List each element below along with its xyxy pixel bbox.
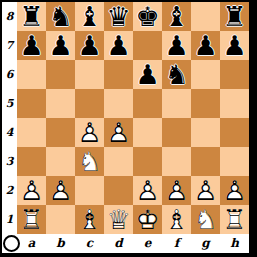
file-label-g: g: [191, 234, 220, 253]
square-b6[interactable]: [46, 60, 75, 89]
square-a3[interactable]: [17, 147, 46, 176]
file-label-b: b: [46, 234, 75, 253]
piece-outline-layer: ♗: [75, 205, 104, 234]
square-e3[interactable]: [133, 147, 162, 176]
piece-outline-layer: ♗: [162, 205, 191, 234]
square-b5[interactable]: [46, 89, 75, 118]
rank-label-4: 4: [2, 118, 17, 147]
square-f8[interactable]: ♝: [162, 2, 191, 31]
chess-diagram-panel: 87654321 ♜♞♝♛♚♝♜♟♟♟♟♟♟♟♟♞♟♙♟♙♞♘♟♙♟♙♟♙♟♙♟…: [2, 2, 249, 253]
rank-label-2: 2: [2, 176, 17, 205]
square-b8[interactable]: ♞: [46, 2, 75, 31]
square-a5[interactable]: [17, 89, 46, 118]
rank-label-5: 5: [2, 89, 17, 118]
piece-outline-layer: ♙: [191, 176, 220, 205]
black-queen-d8: ♛: [104, 2, 133, 31]
white-knight-g1: ♞♘: [191, 205, 220, 234]
square-d5[interactable]: [104, 89, 133, 118]
square-b4[interactable]: [46, 118, 75, 147]
square-e7[interactable]: [133, 31, 162, 60]
square-f4[interactable]: [162, 118, 191, 147]
piece-outline-layer: ♙: [104, 118, 133, 147]
white-bishop-c1: ♝♗: [75, 205, 104, 234]
black-pawn-f7: ♟: [162, 31, 191, 60]
square-c1[interactable]: ♝♗: [75, 205, 104, 234]
black-bishop-f8: ♝: [162, 2, 191, 31]
turn-indicator-circle: [3, 235, 20, 252]
chess-board: ♜♞♝♛♚♝♜♟♟♟♟♟♟♟♟♞♟♙♟♙♞♘♟♙♟♙♟♙♟♙♟♙♟♙♜♖♝♗♛♕…: [17, 2, 249, 234]
square-f1[interactable]: ♝♗: [162, 205, 191, 234]
square-h8[interactable]: ♜: [220, 2, 249, 31]
file-label-e: e: [133, 234, 162, 253]
black-rook-a8: ♜: [17, 2, 46, 31]
white-pawn-e2: ♟♙: [133, 176, 162, 205]
white-rook-a1: ♜♖: [17, 205, 46, 234]
square-c2[interactable]: [75, 176, 104, 205]
white-knight-c3: ♞♘: [75, 147, 104, 176]
piece-outline-layer: ♕: [104, 205, 133, 234]
square-h2[interactable]: ♟♙: [220, 176, 249, 205]
piece-outline-layer: ♔: [133, 205, 162, 234]
square-g1[interactable]: ♞♘: [191, 205, 220, 234]
piece-outline-layer: ♙: [133, 176, 162, 205]
chess-diagram-frame: 87654321 ♜♞♝♛♚♝♜♟♟♟♟♟♟♟♟♞♟♙♟♙♞♘♟♙♟♙♟♙♟♙♟…: [0, 0, 257, 257]
square-g2[interactable]: ♟♙: [191, 176, 220, 205]
square-h5[interactable]: [220, 89, 249, 118]
piece-outline-layer: ♘: [191, 205, 220, 234]
black-pawn-b7: ♟: [46, 31, 75, 60]
square-f6[interactable]: ♞: [162, 60, 191, 89]
white-pawn-d4: ♟♙: [104, 118, 133, 147]
square-a4[interactable]: [17, 118, 46, 147]
white-pawn-f2: ♟♙: [162, 176, 191, 205]
white-pawn-b2: ♟♙: [46, 176, 75, 205]
rank-label-1: 1: [2, 205, 17, 234]
rank-label-7: 7: [2, 31, 17, 60]
square-b7[interactable]: ♟: [46, 31, 75, 60]
black-king-e8: ♚: [133, 2, 162, 31]
white-pawn-a2: ♟♙: [17, 176, 46, 205]
piece-outline-layer: ♙: [46, 176, 75, 205]
square-e6[interactable]: ♟: [133, 60, 162, 89]
square-g5[interactable]: [191, 89, 220, 118]
square-e5[interactable]: [133, 89, 162, 118]
corner-cell: [2, 234, 17, 253]
square-h4[interactable]: [220, 118, 249, 147]
square-e4[interactable]: [133, 118, 162, 147]
square-a8[interactable]: ♜: [17, 2, 46, 31]
rank-label-3: 3: [2, 147, 17, 176]
square-h6[interactable]: [220, 60, 249, 89]
square-c5[interactable]: [75, 89, 104, 118]
file-label-h: h: [220, 234, 249, 253]
square-d2[interactable]: [104, 176, 133, 205]
square-c4[interactable]: ♟♙: [75, 118, 104, 147]
square-a7[interactable]: ♟: [17, 31, 46, 60]
black-pawn-e6: ♟: [133, 60, 162, 89]
white-pawn-c4: ♟♙: [75, 118, 104, 147]
square-f2[interactable]: ♟♙: [162, 176, 191, 205]
piece-outline-layer: ♙: [75, 118, 104, 147]
file-label-a: a: [17, 234, 46, 253]
square-e2[interactable]: ♟♙: [133, 176, 162, 205]
square-c8[interactable]: ♝: [75, 2, 104, 31]
white-queen-d1: ♛♕: [104, 205, 133, 234]
file-label-f: f: [162, 234, 191, 253]
square-g4[interactable]: [191, 118, 220, 147]
black-pawn-h7: ♟: [220, 31, 249, 60]
rank-label-6: 6: [2, 60, 17, 89]
square-g7[interactable]: ♟: [191, 31, 220, 60]
black-pawn-g7: ♟: [191, 31, 220, 60]
file-label-c: c: [75, 234, 104, 253]
black-pawn-a7: ♟: [17, 31, 46, 60]
piece-outline-layer: ♙: [17, 176, 46, 205]
white-rook-h1: ♜♖: [220, 205, 249, 234]
piece-outline-layer: ♙: [220, 176, 249, 205]
square-h1[interactable]: ♜♖: [220, 205, 249, 234]
black-pawn-c7: ♟: [75, 31, 104, 60]
square-b3[interactable]: [46, 147, 75, 176]
black-knight-b8: ♞: [46, 2, 75, 31]
piece-outline-layer: ♖: [220, 205, 249, 234]
black-rook-h8: ♜: [220, 2, 249, 31]
square-b1[interactable]: [46, 205, 75, 234]
white-pawn-g2: ♟♙: [191, 176, 220, 205]
piece-outline-layer: ♙: [162, 176, 191, 205]
white-bishop-f1: ♝♗: [162, 205, 191, 234]
white-pawn-h2: ♟♙: [220, 176, 249, 205]
square-a1[interactable]: ♜♖: [17, 205, 46, 234]
square-d4[interactable]: ♟♙: [104, 118, 133, 147]
square-d3[interactable]: [104, 147, 133, 176]
piece-outline-layer: ♘: [75, 147, 104, 176]
file-label-d: d: [104, 234, 133, 253]
square-a2[interactable]: ♟♙: [17, 176, 46, 205]
square-g8[interactable]: [191, 2, 220, 31]
square-d6[interactable]: [104, 60, 133, 89]
square-g6[interactable]: [191, 60, 220, 89]
square-c3[interactable]: ♞♘: [75, 147, 104, 176]
white-king-e1: ♚♔: [133, 205, 162, 234]
square-e8[interactable]: ♚: [133, 2, 162, 31]
black-knight-f6: ♞: [162, 60, 191, 89]
square-b2[interactable]: ♟♙: [46, 176, 75, 205]
rank-labels: 87654321: [2, 2, 17, 234]
rank-label-8: 8: [2, 2, 17, 31]
square-f5[interactable]: [162, 89, 191, 118]
square-f3[interactable]: [162, 147, 191, 176]
square-e1[interactable]: ♚♔: [133, 205, 162, 234]
square-c6[interactable]: [75, 60, 104, 89]
square-c7[interactable]: ♟: [75, 31, 104, 60]
black-bishop-c8: ♝: [75, 2, 104, 31]
square-d8[interactable]: ♛: [104, 2, 133, 31]
square-d7[interactable]: ♟: [104, 31, 133, 60]
square-h3[interactable]: [220, 147, 249, 176]
file-labels: abcdefgh: [17, 234, 249, 253]
piece-outline-layer: ♖: [17, 205, 46, 234]
square-h7[interactable]: ♟: [220, 31, 249, 60]
square-a6[interactable]: [17, 60, 46, 89]
square-g3[interactable]: [191, 147, 220, 176]
square-f7[interactable]: ♟: [162, 31, 191, 60]
square-d1[interactable]: ♛♕: [104, 205, 133, 234]
black-pawn-d7: ♟: [104, 31, 133, 60]
